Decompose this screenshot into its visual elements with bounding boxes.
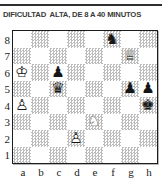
square-e7 bbox=[85, 48, 103, 65]
square-a7 bbox=[13, 48, 31, 65]
square-g7: ♛♕ bbox=[121, 48, 139, 65]
square-h1 bbox=[139, 147, 157, 164]
square-e2 bbox=[85, 130, 103, 147]
square-f7 bbox=[103, 48, 121, 65]
square-b7 bbox=[31, 48, 49, 65]
square-e4 bbox=[85, 97, 103, 114]
square-f5 bbox=[103, 81, 121, 98]
square-a1 bbox=[13, 147, 31, 164]
square-b6 bbox=[31, 64, 49, 81]
piece-black-king: ♚ bbox=[139, 97, 157, 114]
square-g6 bbox=[121, 64, 139, 81]
square-d1 bbox=[67, 147, 85, 164]
file-labels: abcdefgh bbox=[12, 164, 158, 181]
square-a4: ♟♙ bbox=[13, 97, 31, 114]
square-e1 bbox=[85, 147, 103, 164]
square-c5: ♛ bbox=[49, 81, 67, 98]
piece-black-knight: ♞ bbox=[103, 31, 121, 48]
page-title: DIFICULTAD ALTA, DE 8 A 40 MINUTOS bbox=[3, 10, 141, 19]
square-c2 bbox=[49, 130, 67, 147]
square-g5: ♟ bbox=[121, 81, 139, 98]
file-label-a: a bbox=[14, 164, 32, 181]
board: ♞♛♕♚♔♟♛♟♟♟♙♚♞♘♟♙ bbox=[12, 30, 158, 164]
square-a5 bbox=[13, 81, 31, 98]
chess-diagram: 87654321 ♞♛♕♚♔♟♛♟♟♟♙♚♞♘♟♙ abcdefgh bbox=[0, 30, 158, 181]
square-h4: ♚ bbox=[139, 97, 157, 114]
square-e3: ♞♘ bbox=[85, 114, 103, 131]
file-label-b: b bbox=[32, 164, 50, 181]
piece-black-pawn: ♟ bbox=[121, 81, 139, 98]
square-a2 bbox=[13, 130, 31, 147]
square-f6 bbox=[103, 64, 121, 81]
piece-black-pawn: ♟ bbox=[49, 64, 67, 81]
rank-label-2: 2 bbox=[0, 131, 12, 148]
square-d7 bbox=[67, 48, 85, 65]
piece-white-pawn: ♙ bbox=[67, 130, 85, 147]
top-rule bbox=[0, 4, 162, 6]
square-d5 bbox=[67, 81, 85, 98]
file-label-d: d bbox=[68, 164, 86, 181]
rank-label-8: 8 bbox=[0, 32, 12, 49]
square-d3 bbox=[67, 114, 85, 131]
square-h2 bbox=[139, 130, 157, 147]
square-g4 bbox=[121, 97, 139, 114]
file-label-h: h bbox=[140, 164, 158, 181]
square-d4 bbox=[67, 97, 85, 114]
square-e5 bbox=[85, 81, 103, 98]
square-b4 bbox=[31, 97, 49, 114]
square-f4 bbox=[103, 97, 121, 114]
square-f1 bbox=[103, 147, 121, 164]
rank-label-7: 7 bbox=[0, 49, 12, 66]
square-c4 bbox=[49, 97, 67, 114]
rank-label-3: 3 bbox=[0, 115, 12, 132]
square-d2: ♟♙ bbox=[67, 130, 85, 147]
square-g2 bbox=[121, 130, 139, 147]
rank-label-5: 5 bbox=[0, 82, 12, 99]
piece-white-pawn: ♙ bbox=[13, 97, 31, 114]
square-a3 bbox=[13, 114, 31, 131]
square-b1 bbox=[31, 147, 49, 164]
square-c6: ♟ bbox=[49, 64, 67, 81]
rank-label-6: 6 bbox=[0, 65, 12, 82]
square-f2 bbox=[103, 130, 121, 147]
square-c1 bbox=[49, 147, 67, 164]
file-label-c: c bbox=[50, 164, 68, 181]
square-a6: ♚♔ bbox=[13, 64, 31, 81]
square-g8 bbox=[121, 31, 139, 48]
file-label-f: f bbox=[104, 164, 122, 181]
square-g1 bbox=[121, 147, 139, 164]
square-e6 bbox=[85, 64, 103, 81]
piece-white-knight: ♘ bbox=[85, 114, 103, 131]
square-h5: ♟ bbox=[139, 81, 157, 98]
square-d6 bbox=[67, 64, 85, 81]
square-d8 bbox=[67, 31, 85, 48]
file-label-g: g bbox=[122, 164, 140, 181]
piece-white-queen: ♕ bbox=[121, 48, 139, 65]
square-f3 bbox=[103, 114, 121, 131]
square-b2 bbox=[31, 130, 49, 147]
rank-label-1: 1 bbox=[0, 148, 12, 165]
square-b8 bbox=[31, 31, 49, 48]
square-b3 bbox=[31, 114, 49, 131]
square-h3 bbox=[139, 114, 157, 131]
square-h8 bbox=[139, 31, 157, 48]
rank-label-4: 4 bbox=[0, 98, 12, 115]
rank-labels: 87654321 bbox=[0, 30, 12, 164]
square-h7 bbox=[139, 48, 157, 65]
square-e8 bbox=[85, 31, 103, 48]
square-h6 bbox=[139, 64, 157, 81]
square-c7 bbox=[49, 48, 67, 65]
square-c8 bbox=[49, 31, 67, 48]
square-b5 bbox=[31, 81, 49, 98]
piece-black-queen: ♛ bbox=[49, 81, 67, 98]
piece-white-king: ♔ bbox=[13, 64, 31, 81]
square-f8: ♞ bbox=[103, 31, 121, 48]
file-label-e: e bbox=[86, 164, 104, 181]
piece-black-pawn: ♟ bbox=[139, 81, 157, 98]
square-c3 bbox=[49, 114, 67, 131]
square-a8 bbox=[13, 31, 31, 48]
square-g3 bbox=[121, 114, 139, 131]
puzzle-page: DIFICULTAD ALTA, DE 8 A 40 MINUTOS 87654… bbox=[0, 0, 162, 189]
